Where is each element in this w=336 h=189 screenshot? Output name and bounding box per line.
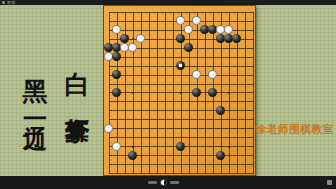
black-stone [112, 70, 121, 79]
black-side-label: 黑 [23, 79, 48, 104]
watermark-text: 徐老师围棋教室 [255, 122, 335, 137]
white-stone [112, 25, 121, 34]
white-stone [184, 25, 193, 34]
white-player-panel: 白 李轩豪 [60, 72, 94, 99]
black-stone [216, 151, 225, 160]
white-stone [192, 70, 201, 79]
grid-line-h [109, 137, 254, 138]
window-title: 围棋 [7, 1, 16, 5]
grid-line-h [109, 101, 254, 102]
star-point [228, 146, 230, 148]
black-stone [184, 43, 193, 52]
star-point [132, 38, 134, 40]
black-stone [176, 142, 185, 151]
grid-line-v [189, 12, 190, 174]
white-stone [224, 25, 233, 34]
grid-line-v [253, 12, 254, 174]
white-stone [128, 43, 137, 52]
grid-line-h [109, 173, 254, 174]
black-stone [112, 88, 121, 97]
toolbar-right-button[interactable] [327, 180, 332, 185]
app-icon [2, 1, 5, 4]
move-nav-cluster[interactable] [148, 179, 179, 186]
black-stone [176, 34, 185, 43]
black-stone [208, 88, 217, 97]
white-stone [176, 16, 185, 25]
grid-line-h [109, 164, 254, 165]
white-stone [192, 16, 201, 25]
go-board[interactable] [103, 5, 256, 176]
black-player-panel: 黑 一力辽 [18, 79, 52, 106]
app-window: 围棋 黑 一力辽 白 李轩豪 徐老师围棋教室 [0, 0, 336, 189]
star-point [132, 92, 134, 94]
last-move-marker [179, 64, 182, 67]
white-stone [104, 124, 113, 133]
black-stone [192, 88, 201, 97]
white-stone [136, 34, 145, 43]
grid-line-h [109, 128, 254, 129]
black-stone [112, 52, 121, 61]
star-point [132, 146, 134, 148]
black-stone [232, 34, 241, 43]
star-point [180, 92, 182, 94]
grid-line-h [109, 119, 254, 120]
black-stone [128, 151, 137, 160]
white-stone [112, 142, 121, 151]
white-stone [208, 70, 217, 79]
black-stone [216, 106, 225, 115]
grid-line-v [245, 12, 246, 174]
nav-right-label [170, 181, 179, 184]
stone-toggle-icon[interactable] [160, 179, 167, 186]
black-stone [120, 34, 129, 43]
nav-left-label [148, 181, 157, 184]
grid-line-h [109, 110, 254, 111]
bottom-toolbar [0, 176, 336, 189]
grid-line-v [205, 12, 206, 174]
star-point [228, 92, 230, 94]
white-side-label: 白 [65, 72, 90, 97]
